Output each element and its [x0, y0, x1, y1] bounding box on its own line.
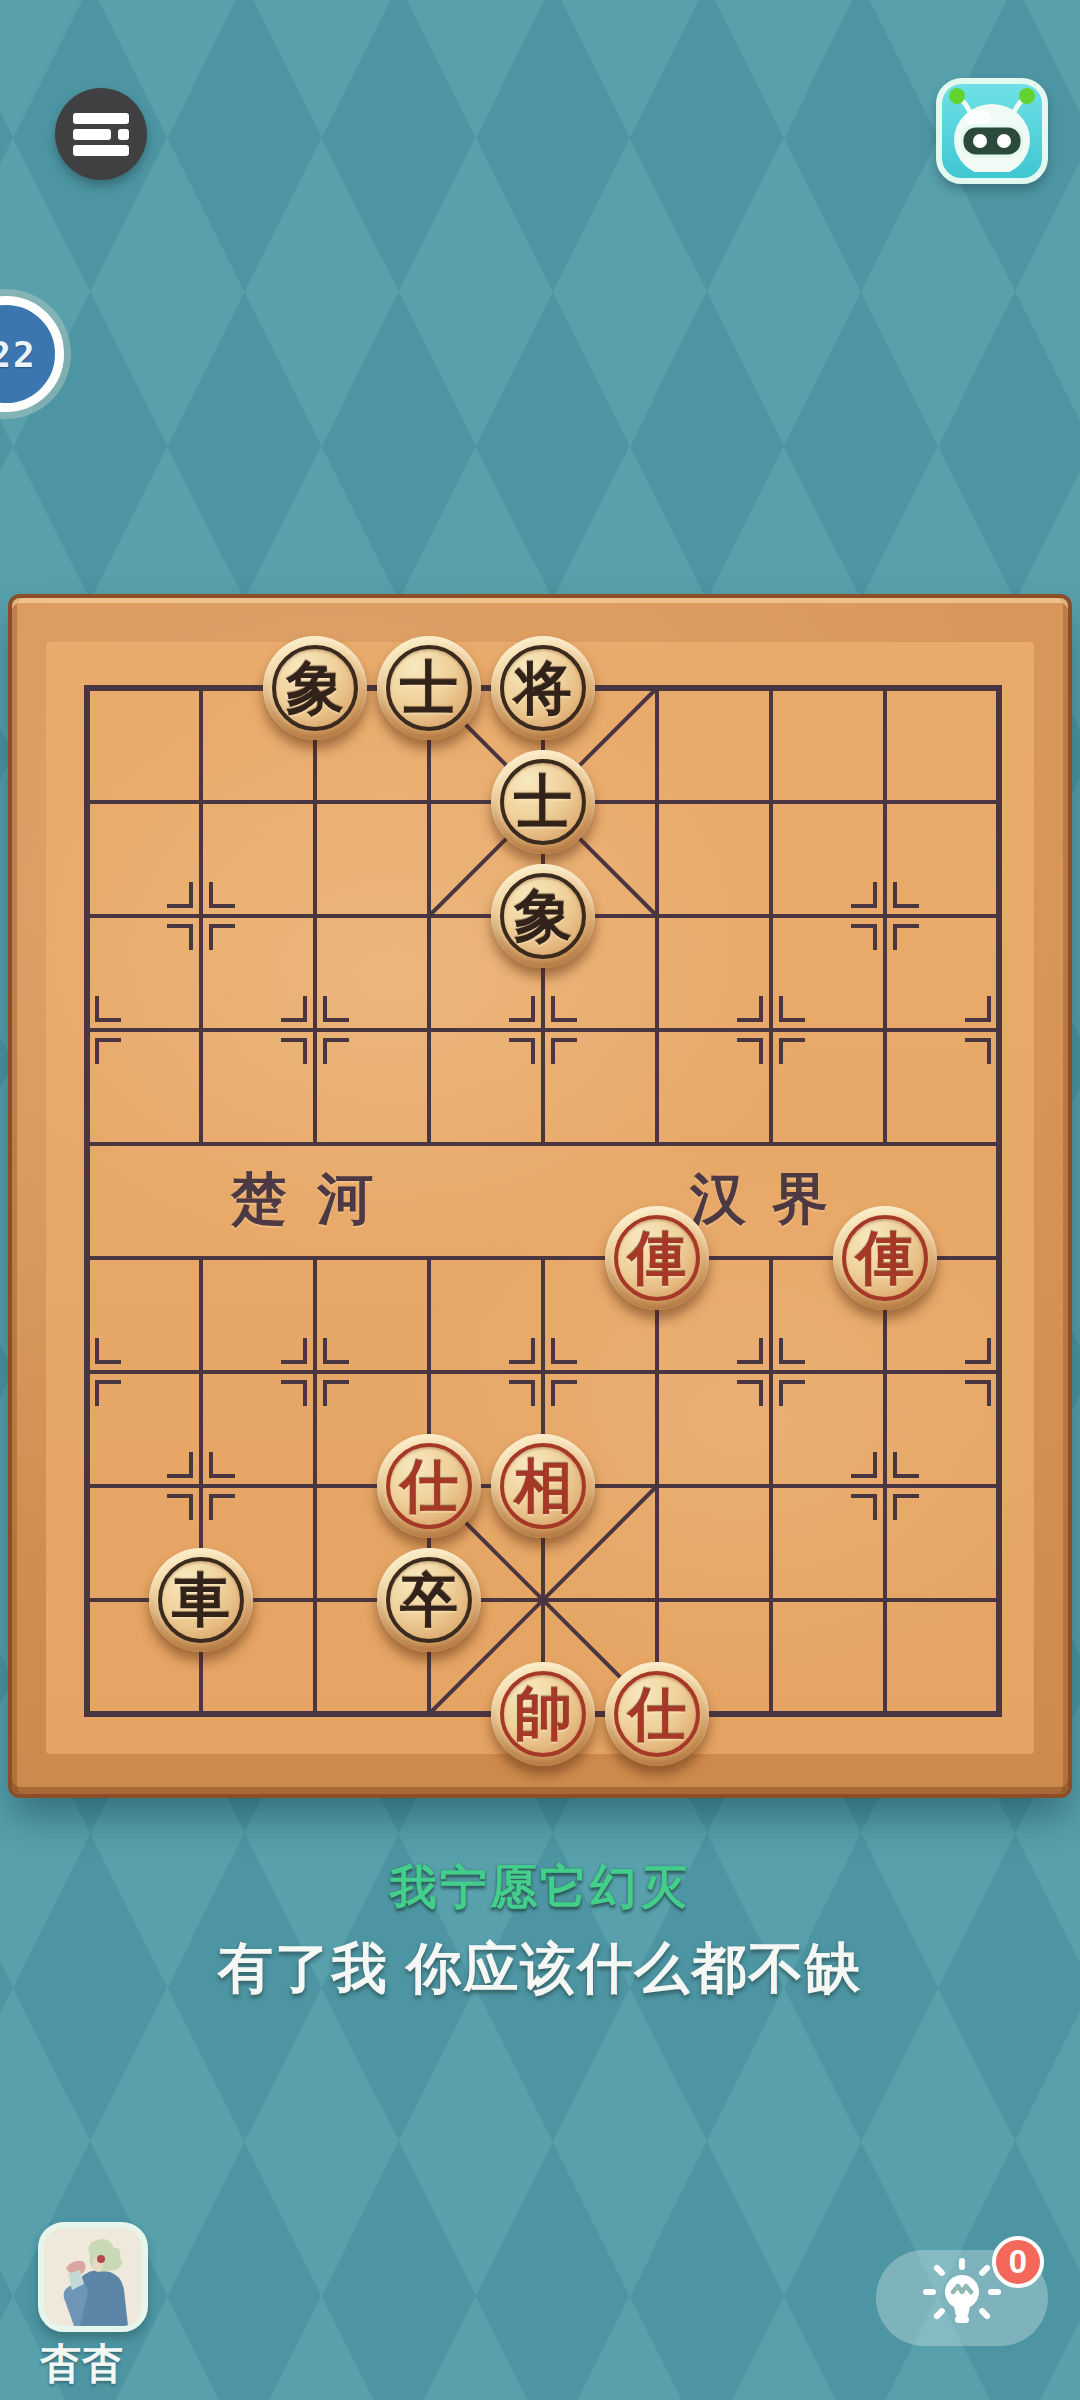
xiangqi-piece-red-c6r6[interactable]: 俥	[605, 1206, 709, 1310]
player-name: 杳杳	[40, 2336, 124, 2392]
robot-icon	[946, 86, 1038, 176]
xiangqi-piece-red-c6r10[interactable]: 仕	[605, 1662, 709, 1766]
player-avatar[interactable]	[38, 2222, 148, 2332]
caption-highlight: 我宁愿它幻灭	[0, 1856, 1080, 1919]
piece-glyph: 象	[286, 659, 344, 717]
piece-glyph: 俥	[628, 1229, 686, 1287]
piece-glyph: 相	[514, 1457, 572, 1515]
piece-glyph: 車	[172, 1571, 230, 1629]
xiangqi-piece-black-c5r3[interactable]: 象	[491, 864, 595, 968]
piece-glyph: 士	[514, 773, 572, 831]
piece-glyph: 士	[400, 659, 458, 717]
piece-glyph: 将	[514, 659, 572, 717]
assistant-button[interactable]	[936, 78, 1048, 184]
xiangqi-piece-black-c4r9[interactable]: 卒	[377, 1548, 481, 1652]
xiangqi-piece-black-c5r1[interactable]: 将	[491, 636, 595, 740]
piece-glyph: 帥	[514, 1685, 572, 1743]
level-badge-value: 22	[0, 334, 37, 375]
caption-subtitle: 有了我 你应该什么都不缺	[0, 1932, 1080, 2006]
xiangqi-piece-black-c5r2[interactable]: 士	[491, 750, 595, 854]
hint-count-badge: 0	[992, 2236, 1044, 2288]
piece-glyph: 仕	[628, 1685, 686, 1743]
hint-count: 0	[1009, 2243, 1027, 2281]
xiangqi-piece-red-c4r8[interactable]: 仕	[377, 1434, 481, 1538]
xiangqi-piece-red-c5r10[interactable]: 帥	[491, 1662, 595, 1766]
xiangqi-piece-red-c5r8[interactable]: 相	[491, 1434, 595, 1538]
xiangqi-piece-black-c2r9[interactable]: 車	[149, 1548, 253, 1652]
xiangqi-piece-black-c3r1[interactable]: 象	[263, 636, 367, 740]
menu-button[interactable]	[55, 88, 147, 180]
xiangqi-board: 楚河 汉界 象士将士象俥俥仕相車卒帥仕	[12, 598, 1068, 1794]
piece-glyph: 仕	[400, 1457, 458, 1515]
piece-glyph: 象	[514, 887, 572, 945]
xiangqi-piece-black-c4r1[interactable]: 士	[377, 636, 481, 740]
piece-glyph: 卒	[400, 1571, 458, 1629]
piece-glyph: 俥	[856, 1229, 914, 1287]
pieces-layer: 象士将士象俥俥仕相車卒帥仕	[30, 631, 1056, 1771]
xiangqi-piece-red-c8r6[interactable]: 俥	[833, 1206, 937, 1310]
